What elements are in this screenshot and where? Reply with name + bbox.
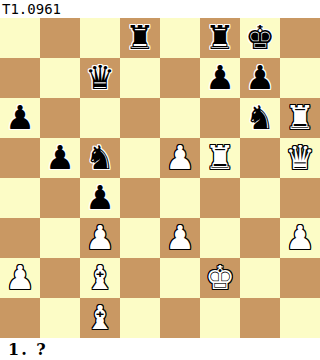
square-f5[interactable]: ♜: [200, 138, 240, 178]
black-pawn: ♟: [45, 141, 75, 174]
square-g2[interactable]: [240, 258, 280, 298]
square-g3[interactable]: [240, 218, 280, 258]
square-h7[interactable]: [280, 58, 320, 98]
square-b5[interactable]: ♟: [40, 138, 80, 178]
square-h4[interactable]: [280, 178, 320, 218]
black-rook: ♜: [205, 21, 235, 54]
black-pawn: ♟: [245, 61, 275, 94]
square-d8[interactable]: ♜: [120, 18, 160, 58]
square-f8[interactable]: ♜: [200, 18, 240, 58]
white-pawn: ♟: [165, 141, 195, 174]
black-knight: ♞: [245, 101, 275, 134]
white-pawn: ♟: [165, 221, 195, 254]
title-bar: T1.0961: [0, 0, 320, 18]
square-a2[interactable]: ♟: [0, 258, 40, 298]
square-h6[interactable]: ♜: [280, 98, 320, 138]
chess-board: ♜♜♚♛♟♟♟♞♜♟♞♟♜♛♟♟♟♟♟♝♚♝: [0, 18, 320, 338]
square-h8[interactable]: [280, 18, 320, 58]
square-g5[interactable]: [240, 138, 280, 178]
square-c5[interactable]: ♞: [80, 138, 120, 178]
square-b7[interactable]: [40, 58, 80, 98]
square-c1[interactable]: ♝: [80, 298, 120, 338]
square-a6[interactable]: ♟: [0, 98, 40, 138]
white-pawn: ♟: [285, 221, 315, 254]
square-e7[interactable]: [160, 58, 200, 98]
square-g1[interactable]: [240, 298, 280, 338]
square-d2[interactable]: [120, 258, 160, 298]
black-pawn: ♟: [205, 61, 235, 94]
square-b8[interactable]: [40, 18, 80, 58]
square-g7[interactable]: ♟: [240, 58, 280, 98]
square-f6[interactable]: [200, 98, 240, 138]
square-g6[interactable]: ♞: [240, 98, 280, 138]
square-d5[interactable]: [120, 138, 160, 178]
square-c8[interactable]: [80, 18, 120, 58]
black-rook: ♜: [125, 21, 155, 54]
square-d7[interactable]: [120, 58, 160, 98]
square-d4[interactable]: [120, 178, 160, 218]
square-e8[interactable]: [160, 18, 200, 58]
square-a8[interactable]: [0, 18, 40, 58]
puzzle-id: T1.0961: [0, 0, 61, 18]
white-queen: ♛: [285, 141, 315, 174]
square-g8[interactable]: ♚: [240, 18, 280, 58]
square-c2[interactable]: ♝: [80, 258, 120, 298]
square-h5[interactable]: ♛: [280, 138, 320, 178]
square-a3[interactable]: [0, 218, 40, 258]
square-c7[interactable]: ♛: [80, 58, 120, 98]
white-rook: ♜: [205, 141, 235, 174]
square-h1[interactable]: [280, 298, 320, 338]
square-e5[interactable]: ♟: [160, 138, 200, 178]
square-f4[interactable]: [200, 178, 240, 218]
move-bar: 1. ?: [0, 338, 320, 360]
black-pawn: ♟: [85, 181, 115, 214]
square-d3[interactable]: [120, 218, 160, 258]
square-a7[interactable]: [0, 58, 40, 98]
square-b2[interactable]: [40, 258, 80, 298]
square-f7[interactable]: ♟: [200, 58, 240, 98]
white-king: ♚: [205, 261, 235, 294]
square-e6[interactable]: [160, 98, 200, 138]
black-knight: ♞: [85, 141, 115, 174]
square-f3[interactable]: [200, 218, 240, 258]
white-rook: ♜: [285, 101, 315, 134]
black-king: ♚: [245, 21, 275, 54]
square-d1[interactable]: [120, 298, 160, 338]
square-e4[interactable]: [160, 178, 200, 218]
square-b6[interactable]: [40, 98, 80, 138]
square-f1[interactable]: [200, 298, 240, 338]
square-h3[interactable]: ♟: [280, 218, 320, 258]
square-a5[interactable]: [0, 138, 40, 178]
square-e1[interactable]: [160, 298, 200, 338]
square-e2[interactable]: [160, 258, 200, 298]
square-f2[interactable]: ♚: [200, 258, 240, 298]
white-pawn: ♟: [5, 261, 35, 294]
square-g4[interactable]: [240, 178, 280, 218]
square-a4[interactable]: [0, 178, 40, 218]
square-b1[interactable]: [40, 298, 80, 338]
white-bishop: ♝: [85, 301, 115, 334]
square-c3[interactable]: ♟: [80, 218, 120, 258]
square-d6[interactable]: [120, 98, 160, 138]
white-pawn: ♟: [85, 221, 115, 254]
square-h2[interactable]: [280, 258, 320, 298]
black-queen: ♛: [85, 61, 115, 94]
square-c4[interactable]: ♟: [80, 178, 120, 218]
square-c6[interactable]: [80, 98, 120, 138]
square-a1[interactable]: [0, 298, 40, 338]
square-b4[interactable]: [40, 178, 80, 218]
black-pawn: ♟: [5, 101, 35, 134]
square-e3[interactable]: ♟: [160, 218, 200, 258]
white-bishop: ♝: [85, 261, 115, 294]
square-b3[interactable]: [40, 218, 80, 258]
move-prompt: 1. ?: [0, 340, 48, 359]
